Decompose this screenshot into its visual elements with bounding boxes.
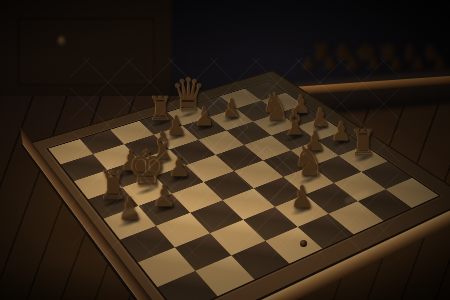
pawn-glyph: ♟ — [152, 181, 176, 212]
pawn-glyph: ♟ — [331, 118, 352, 145]
rook-glyph: ♜ — [350, 125, 378, 160]
board-scene: ♜♛♟♟♟♟♝♞♟♜♚♟♝♟♟♟♟♟♞♜♟ — [0, 0, 450, 300]
chess-board: ♜♛♟♟♟♟♝♞♟♜♚♟♝♟♟♟♟♟♞♜♟ — [24, 71, 450, 300]
pawn-glyph: ♟ — [290, 181, 314, 212]
knight-glyph: ♞ — [292, 139, 325, 182]
pawn-glyph: ♟ — [194, 104, 214, 130]
board-latch — [300, 240, 307, 247]
pieces-layer: ♜♛♟♟♟♟♝♞♟♜♚♟♝♟♟♟♟♟♞♜♟ — [24, 71, 450, 300]
pawn-glyph: ♟ — [222, 95, 242, 121]
chess-photo-scene: ♟♜♟♞♟♚♟♛♟♝♟♞♟ ♜♛♟♟♟♟♝♞♟♜♚♟♝♟♟♟♟♟♞♜♟ — [0, 0, 450, 300]
